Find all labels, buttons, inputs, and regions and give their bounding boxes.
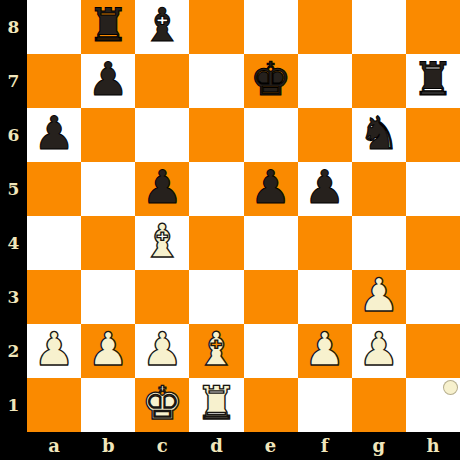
black-pawn[interactable]: ♟	[250, 164, 291, 210]
square-a2[interactable]: ♟	[27, 324, 81, 378]
black-rook[interactable]: ♜	[88, 2, 129, 48]
white-pawn[interactable]: ♟	[33, 326, 74, 372]
square-a7[interactable]	[27, 54, 81, 108]
square-e7[interactable]: ♚	[244, 54, 298, 108]
square-e6[interactable]	[244, 108, 298, 162]
square-g5[interactable]	[352, 162, 406, 216]
file-label-h: h	[406, 432, 460, 460]
square-a5[interactable]	[27, 162, 81, 216]
square-h3[interactable]	[406, 270, 460, 324]
white-rook[interactable]: ♜	[196, 380, 237, 426]
file-label-f: f	[298, 432, 352, 460]
square-b1[interactable]	[81, 378, 135, 432]
rank-label-6: 6	[0, 108, 27, 162]
square-c3[interactable]	[135, 270, 189, 324]
square-d3[interactable]	[189, 270, 243, 324]
rank-label-7: 7	[0, 54, 27, 108]
file-label-e: e	[244, 432, 298, 460]
black-bishop[interactable]: ♝	[142, 2, 183, 48]
square-b4[interactable]	[81, 216, 135, 270]
file-label-g: g	[352, 432, 406, 460]
square-c1[interactable]: ♚	[135, 378, 189, 432]
square-a4[interactable]	[27, 216, 81, 270]
square-d6[interactable]	[189, 108, 243, 162]
file-label-d: d	[189, 432, 243, 460]
white-pawn[interactable]: ♟	[88, 326, 129, 372]
square-b2[interactable]: ♟	[81, 324, 135, 378]
white-to-move-indicator	[443, 380, 458, 395]
black-pawn[interactable]: ♟	[33, 110, 74, 156]
square-a3[interactable]	[27, 270, 81, 324]
square-a6[interactable]: ♟	[27, 108, 81, 162]
square-d4[interactable]	[189, 216, 243, 270]
file-label-b: b	[81, 432, 135, 460]
square-h6[interactable]	[406, 108, 460, 162]
square-f4[interactable]	[298, 216, 352, 270]
rank-label-2: 2	[0, 324, 27, 378]
square-h8[interactable]	[406, 0, 460, 54]
black-king[interactable]: ♚	[250, 56, 291, 102]
square-e5[interactable]: ♟	[244, 162, 298, 216]
square-b5[interactable]	[81, 162, 135, 216]
white-pawn[interactable]: ♟	[304, 326, 345, 372]
square-h4[interactable]	[406, 216, 460, 270]
square-b7[interactable]: ♟	[81, 54, 135, 108]
square-f2[interactable]: ♟	[298, 324, 352, 378]
square-d8[interactable]	[189, 0, 243, 54]
rank-label-1: 1	[0, 378, 27, 432]
black-knight[interactable]: ♞	[358, 110, 399, 156]
white-king[interactable]: ♚	[142, 380, 183, 426]
square-e8[interactable]	[244, 0, 298, 54]
square-f3[interactable]	[298, 270, 352, 324]
square-c4[interactable]: ♝	[135, 216, 189, 270]
chess-board: 8♜♝7♟♚♜6♟♞5♟♟♟4♝3♟2♟♟♟♝♟♟1♚♜abcdefgh	[0, 0, 460, 460]
square-d2[interactable]: ♝	[189, 324, 243, 378]
rank-label-5: 5	[0, 162, 27, 216]
square-e2[interactable]	[244, 324, 298, 378]
square-g6[interactable]: ♞	[352, 108, 406, 162]
square-g1[interactable]	[352, 378, 406, 432]
square-a1[interactable]	[27, 378, 81, 432]
square-g7[interactable]	[352, 54, 406, 108]
square-f7[interactable]	[298, 54, 352, 108]
square-b3[interactable]	[81, 270, 135, 324]
white-pawn[interactable]: ♟	[142, 326, 183, 372]
black-rook[interactable]: ♜	[412, 56, 453, 102]
square-c7[interactable]	[135, 54, 189, 108]
square-d7[interactable]	[189, 54, 243, 108]
square-c5[interactable]: ♟	[135, 162, 189, 216]
square-e1[interactable]	[244, 378, 298, 432]
file-label-c: c	[135, 432, 189, 460]
square-h7[interactable]: ♜	[406, 54, 460, 108]
black-pawn[interactable]: ♟	[88, 56, 129, 102]
square-c8[interactable]: ♝	[135, 0, 189, 54]
black-pawn[interactable]: ♟	[304, 164, 345, 210]
square-f8[interactable]	[298, 0, 352, 54]
square-e4[interactable]	[244, 216, 298, 270]
square-f6[interactable]	[298, 108, 352, 162]
white-pawn[interactable]: ♟	[358, 272, 399, 318]
square-h5[interactable]	[406, 162, 460, 216]
square-d5[interactable]	[189, 162, 243, 216]
square-f5[interactable]: ♟	[298, 162, 352, 216]
square-b6[interactable]	[81, 108, 135, 162]
square-b8[interactable]: ♜	[81, 0, 135, 54]
square-g8[interactable]	[352, 0, 406, 54]
square-g4[interactable]	[352, 216, 406, 270]
square-a8[interactable]	[27, 0, 81, 54]
rank-label-8: 8	[0, 0, 27, 54]
square-g2[interactable]: ♟	[352, 324, 406, 378]
white-pawn[interactable]: ♟	[358, 326, 399, 372]
rank-label-4: 4	[0, 216, 27, 270]
square-c6[interactable]	[135, 108, 189, 162]
square-g3[interactable]: ♟	[352, 270, 406, 324]
file-label-a: a	[27, 432, 81, 460]
rank-label-3: 3	[0, 270, 27, 324]
board-corner	[0, 432, 27, 460]
white-bishop[interactable]: ♝	[142, 218, 183, 264]
square-d1[interactable]: ♜	[189, 378, 243, 432]
white-bishop[interactable]: ♝	[196, 326, 237, 372]
black-pawn[interactable]: ♟	[142, 164, 183, 210]
square-h2[interactable]	[406, 324, 460, 378]
square-f1[interactable]	[298, 378, 352, 432]
chess-board-frame: 8♜♝7♟♚♜6♟♞5♟♟♟4♝3♟2♟♟♟♝♟♟1♚♜abcdefgh	[0, 0, 460, 460]
square-c2[interactable]: ♟	[135, 324, 189, 378]
square-e3[interactable]	[244, 270, 298, 324]
